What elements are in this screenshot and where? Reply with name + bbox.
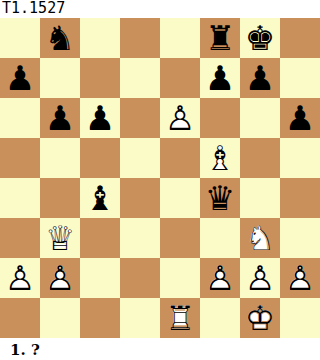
square-h4[interactable] [280,178,320,218]
square-c4[interactable]: ♝ [80,178,120,218]
square-d2[interactable] [120,258,160,298]
square-h6[interactable]: ♟ [280,98,320,138]
piece-white-knight-fill: ♞ [240,218,280,258]
square-g5[interactable] [240,138,280,178]
piece-white-pawn-fill: ♟ [200,258,240,298]
square-c8[interactable] [80,18,120,58]
square-f3[interactable] [200,218,240,258]
square-a7[interactable]: ♟ [0,58,40,98]
piece-black-rook: ♜ [200,18,240,58]
square-b1[interactable] [40,298,80,338]
square-d4[interactable] [120,178,160,218]
piece-black-bishop: ♝ [80,178,120,218]
square-h3[interactable] [280,218,320,258]
square-g8[interactable]: ♚ [240,18,280,58]
square-d7[interactable] [120,58,160,98]
piece-white-pawn-fill: ♟ [40,258,80,298]
square-a4[interactable] [0,178,40,218]
piece-white-pawn: ♙ [40,258,80,298]
square-b3[interactable]: ♛♕ [40,218,80,258]
square-h7[interactable] [280,58,320,98]
square-d3[interactable] [120,218,160,258]
piece-black-pawn: ♟ [200,58,240,98]
square-b6[interactable]: ♟ [40,98,80,138]
piece-white-pawn-fill: ♟ [240,258,280,298]
square-e6[interactable]: ♟♙ [160,98,200,138]
square-f5[interactable]: ♝♗ [200,138,240,178]
square-c3[interactable] [80,218,120,258]
square-h1[interactable] [280,298,320,338]
piece-black-pawn: ♟ [0,58,40,98]
move-prompt: 1. ? [0,338,320,360]
chess-board: ♞♜♚♟♟♟♟♟♟♙♟♝♗♝♛♛♕♞♘♟♙♟♙♟♙♟♙♟♙♜♖♚♔ [0,18,320,338]
piece-white-queen-fill: ♛ [40,218,80,258]
square-g3[interactable]: ♞♘ [240,218,280,258]
square-g7[interactable]: ♟ [240,58,280,98]
square-d6[interactable] [120,98,160,138]
square-a5[interactable] [0,138,40,178]
square-a8[interactable] [0,18,40,58]
square-f6[interactable] [200,98,240,138]
square-c5[interactable] [80,138,120,178]
square-h5[interactable] [280,138,320,178]
square-d5[interactable] [120,138,160,178]
piece-white-knight: ♘ [240,218,280,258]
piece-white-pawn: ♙ [200,258,240,298]
piece-white-pawn-fill: ♟ [280,258,320,298]
square-f7[interactable]: ♟ [200,58,240,98]
square-h2[interactable]: ♟♙ [280,258,320,298]
square-d1[interactable] [120,298,160,338]
chess-puzzle-page: T1.1527 ♞♜♚♟♟♟♟♟♟♙♟♝♗♝♛♛♕♞♘♟♙♟♙♟♙♟♙♟♙♜♖♚… [0,0,320,360]
piece-white-pawn-fill: ♟ [0,258,40,298]
piece-black-pawn: ♟ [240,58,280,98]
square-g6[interactable] [240,98,280,138]
piece-black-pawn: ♟ [80,98,120,138]
piece-black-pawn: ♟ [280,98,320,138]
square-d8[interactable] [120,18,160,58]
square-e1[interactable]: ♜♖ [160,298,200,338]
square-a2[interactable]: ♟♙ [0,258,40,298]
square-a6[interactable] [0,98,40,138]
square-e5[interactable] [160,138,200,178]
square-a1[interactable] [0,298,40,338]
piece-black-knight: ♞ [40,18,80,58]
square-e3[interactable] [160,218,200,258]
square-c2[interactable] [80,258,120,298]
square-c6[interactable]: ♟ [80,98,120,138]
piece-white-pawn: ♙ [160,98,200,138]
square-b2[interactable]: ♟♙ [40,258,80,298]
square-g4[interactable] [240,178,280,218]
square-a3[interactable] [0,218,40,258]
piece-white-pawn: ♙ [280,258,320,298]
square-b4[interactable] [40,178,80,218]
square-g1[interactable]: ♚♔ [240,298,280,338]
piece-white-king: ♔ [240,298,280,338]
square-f1[interactable] [200,298,240,338]
piece-white-rook-fill: ♜ [160,298,200,338]
square-b7[interactable] [40,58,80,98]
piece-white-pawn-fill: ♟ [160,98,200,138]
piece-white-king-fill: ♚ [240,298,280,338]
square-f8[interactable]: ♜ [200,18,240,58]
puzzle-title: T1.1527 [0,0,320,18]
square-h8[interactable] [280,18,320,58]
square-f2[interactable]: ♟♙ [200,258,240,298]
piece-black-queen: ♛ [200,178,240,218]
square-f4[interactable]: ♛ [200,178,240,218]
square-e4[interactable] [160,178,200,218]
piece-white-bishop-fill: ♝ [200,138,240,178]
piece-white-bishop: ♗ [200,138,240,178]
piece-white-pawn: ♙ [240,258,280,298]
square-g2[interactable]: ♟♙ [240,258,280,298]
square-b8[interactable]: ♞ [40,18,80,58]
square-c1[interactable] [80,298,120,338]
square-e8[interactable] [160,18,200,58]
piece-white-rook: ♖ [160,298,200,338]
square-e2[interactable] [160,258,200,298]
piece-white-queen: ♕ [40,218,80,258]
piece-white-pawn: ♙ [0,258,40,298]
square-b5[interactable] [40,138,80,178]
piece-black-pawn: ♟ [40,98,80,138]
piece-black-king: ♚ [240,18,280,58]
square-e7[interactable] [160,58,200,98]
square-c7[interactable] [80,58,120,98]
